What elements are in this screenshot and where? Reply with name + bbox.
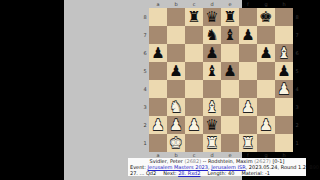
square-f4[interactable]	[239, 80, 257, 98]
next-move-link[interactable]: 28. Rxd2	[178, 170, 200, 176]
square-e5[interactable]: ♟	[221, 62, 239, 80]
square-a2[interactable]: ♟	[149, 116, 167, 134]
square-c4[interactable]	[185, 80, 203, 98]
coord-label-3: 3	[142, 98, 148, 116]
square-e3[interactable]	[221, 98, 239, 116]
square-a6[interactable]: ♟	[149, 44, 167, 62]
coord-label-a: a	[149, 1, 167, 7]
square-b8[interactable]	[167, 8, 185, 26]
black-pawn-piece: ♟	[241, 26, 254, 44]
coord-label-7: 7	[294, 26, 300, 44]
chess-board[interactable]: ♜♛♜♚♞♝♟♟♟♟♝♟♝♟♟♟♞♝♟♟♟♟♛♟♚♜♜	[149, 8, 293, 152]
square-b5[interactable]: ♟	[167, 62, 185, 80]
square-d1[interactable]: ♜	[203, 134, 221, 152]
square-h1[interactable]	[275, 134, 293, 152]
square-e2[interactable]	[221, 116, 239, 134]
square-d8[interactable]: ♛	[203, 8, 221, 26]
black-rook-piece: ♜	[187, 8, 200, 26]
coord-label-6: 6	[294, 44, 300, 62]
captured-material-tray: ♟	[296, 62, 306, 76]
white-bishop-piece: ♝	[205, 98, 218, 116]
square-a3[interactable]	[149, 98, 167, 116]
next-move-group: Next: 28. Rxd2	[163, 170, 200, 176]
square-e1[interactable]	[221, 134, 239, 152]
square-h6[interactable]: ♝	[275, 44, 293, 62]
black-knight-piece: ♞	[205, 26, 218, 44]
white-pawn-piece: ♟	[241, 98, 254, 116]
coord-label-c: c	[185, 1, 203, 7]
coord-label-1: 1	[142, 134, 148, 152]
black-pawn-piece: ♟	[205, 44, 218, 62]
black-bishop-piece: ♝	[205, 62, 218, 80]
square-h7[interactable]	[275, 26, 293, 44]
square-e6[interactable]	[221, 44, 239, 62]
square-c6[interactable]	[185, 44, 203, 62]
black-queen-piece: ♛	[205, 116, 218, 134]
material-balance: Material: -1	[241, 170, 270, 176]
coord-label-3: 3	[294, 98, 300, 116]
file-labels-top: abcdefgh	[149, 1, 293, 7]
square-c1[interactable]	[185, 134, 203, 152]
square-a4[interactable]	[149, 80, 167, 98]
square-g1[interactable]	[257, 134, 275, 152]
square-d6[interactable]: ♟	[203, 44, 221, 62]
game-info-strip: Svidler, Peter (2682) -- Rodshtein, Maxi…	[128, 158, 306, 176]
square-d2[interactable]: ♛	[203, 116, 221, 134]
white-pawn-piece: ♟	[187, 116, 200, 134]
square-f1[interactable]: ♜	[239, 134, 257, 152]
white-king-piece: ♚	[169, 134, 182, 152]
square-g2[interactable]: ♟	[257, 116, 275, 134]
black-bishop-piece: ♝	[223, 26, 236, 44]
white-pawn-piece: ♟	[169, 116, 182, 134]
square-g4[interactable]	[257, 80, 275, 98]
square-c2[interactable]: ♟	[185, 116, 203, 134]
square-g5[interactable]	[257, 62, 275, 80]
square-h4[interactable]: ♟	[275, 80, 293, 98]
square-d4[interactable]	[203, 80, 221, 98]
square-a5[interactable]	[149, 62, 167, 80]
square-h5[interactable]: ♟	[275, 62, 293, 80]
black-pawn-piece: ♟	[259, 44, 272, 62]
white-rook-piece: ♜	[241, 134, 254, 152]
coord-label-e: e	[221, 1, 239, 7]
square-b1[interactable]: ♚	[167, 134, 185, 152]
white-rook-piece: ♜	[205, 134, 218, 152]
square-c5[interactable]	[185, 62, 203, 80]
square-f3[interactable]: ♟	[239, 98, 257, 116]
captured-black-pawn-icon: ♟	[296, 68, 305, 79]
square-g7[interactable]	[257, 26, 275, 44]
coord-label-d: d	[203, 1, 221, 7]
coord-label-6: 6	[142, 44, 148, 62]
coord-label-4: 4	[294, 80, 300, 98]
status-line: 27. ... Qd2 Next: 28. Rxd2 Length: 40 Ma…	[128, 170, 306, 176]
square-e7[interactable]: ♝	[221, 26, 239, 44]
square-a1[interactable]	[149, 134, 167, 152]
white-pawn-piece: ♟	[151, 116, 164, 134]
square-f8[interactable]	[239, 8, 257, 26]
coord-label-b: b	[167, 1, 185, 7]
square-b2[interactable]: ♟	[167, 116, 185, 134]
square-g3[interactable]	[257, 98, 275, 116]
square-b6[interactable]	[167, 44, 185, 62]
white-knight-piece: ♞	[169, 98, 182, 116]
coord-label-f: f	[239, 1, 257, 7]
black-pawn-piece: ♟	[169, 62, 182, 80]
black-king-piece: ♚	[259, 8, 272, 26]
square-f6[interactable]	[239, 44, 257, 62]
viewer-panel: abcdefgh abcdefgh 87654321 87654321 ♜♛♜♚…	[64, 0, 242, 180]
square-e4[interactable]	[221, 80, 239, 98]
black-rook-piece: ♜	[223, 8, 236, 26]
coord-label-h: h	[275, 1, 293, 7]
move-played: 27. ... Qd2	[130, 170, 156, 176]
square-a8[interactable]	[149, 8, 167, 26]
coord-label-2: 2	[294, 116, 300, 134]
black-pawn-piece: ♟	[277, 62, 290, 80]
square-h3[interactable]	[275, 98, 293, 116]
square-c7[interactable]	[185, 26, 203, 44]
square-h8[interactable]	[275, 8, 293, 26]
square-f5[interactable]	[239, 62, 257, 80]
black-pawn-piece: ♟	[151, 44, 164, 62]
square-f7[interactable]: ♟	[239, 26, 257, 44]
square-f2[interactable]	[239, 116, 257, 134]
rank-labels-left: 87654321	[142, 8, 148, 152]
square-b7[interactable]	[167, 26, 185, 44]
black-pawn-piece: ♟	[223, 62, 236, 80]
coord-label-8: 8	[142, 8, 148, 26]
game-length: Length: 40	[207, 170, 234, 176]
rank-labels-right: 87654321	[294, 8, 300, 152]
coord-label-7: 7	[142, 26, 148, 44]
square-g8[interactable]: ♚	[257, 8, 275, 26]
coord-label-4: 4	[142, 80, 148, 98]
black-queen-piece: ♛	[205, 8, 218, 26]
square-h2[interactable]	[275, 116, 293, 134]
square-a7[interactable]	[149, 26, 167, 44]
square-b4[interactable]	[167, 80, 185, 98]
square-b3[interactable]: ♞	[167, 98, 185, 116]
square-c8[interactable]: ♜	[185, 8, 203, 26]
white-bishop-piece: ♝	[277, 44, 290, 62]
coord-label-2: 2	[142, 116, 148, 134]
next-label: Next:	[163, 170, 176, 176]
square-e8[interactable]: ♜	[221, 8, 239, 26]
square-d7[interactable]: ♞	[203, 26, 221, 44]
coord-label-8: 8	[294, 8, 300, 26]
video-frame: abcdefgh abcdefgh 87654321 87654321 ♜♛♜♚…	[0, 0, 320, 180]
coord-label-g: g	[257, 1, 275, 7]
white-pawn-piece: ♟	[277, 80, 290, 98]
coord-label-5: 5	[142, 62, 148, 80]
coord-label-1: 1	[294, 134, 300, 152]
square-c3[interactable]	[185, 98, 203, 116]
square-d3[interactable]: ♝	[203, 98, 221, 116]
square-d5[interactable]: ♝	[203, 62, 221, 80]
square-g6[interactable]: ♟	[257, 44, 275, 62]
white-pawn-piece: ♟	[259, 116, 272, 134]
